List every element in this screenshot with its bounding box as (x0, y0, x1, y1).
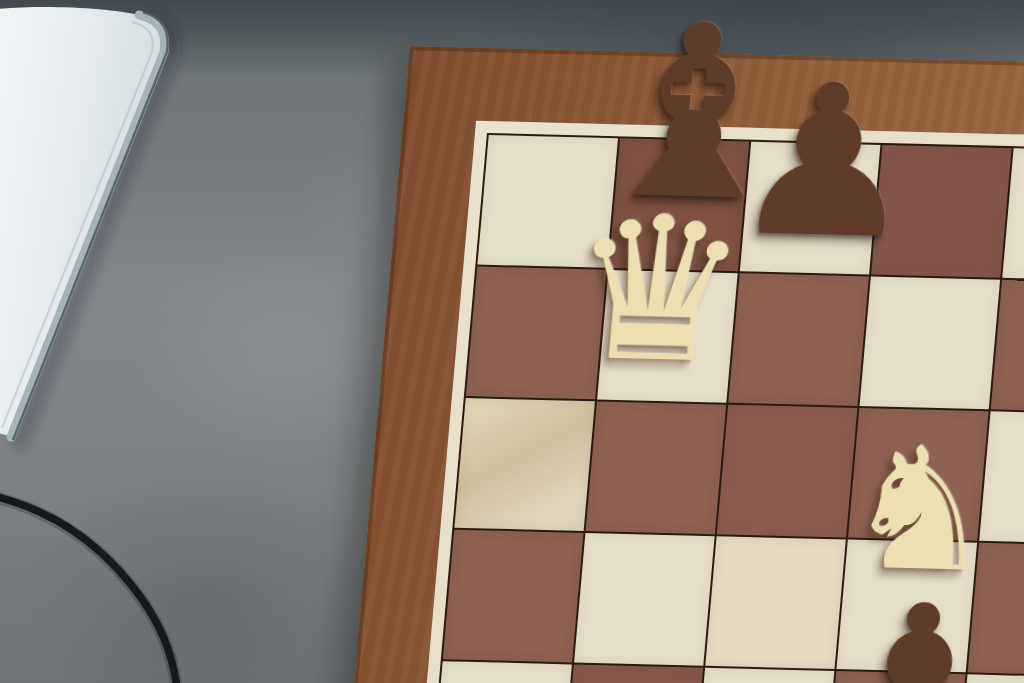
black-pawn-d4: ♟ (815, 576, 1020, 683)
chessboard: ♝♟♛♞♟ (303, 46, 1024, 683)
cable-wire (0, 496, 177, 683)
pieces-layer: ♝♟♛♞♟ (303, 46, 1024, 683)
black-pawn-c8: ♟ (724, 56, 929, 270)
cable-shadow (0, 497, 177, 683)
white-queen-b7: ♛ (560, 188, 756, 392)
